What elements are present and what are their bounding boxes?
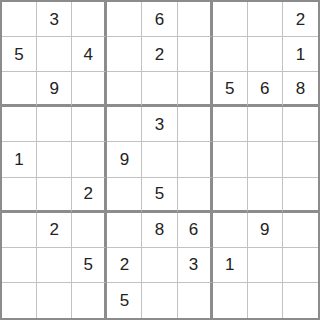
empty-cell-r9c7[interactable] — [213, 283, 248, 318]
empty-cell-r4c9[interactable] — [283, 107, 318, 142]
empty-cell-r7c9[interactable] — [283, 213, 318, 248]
empty-cell-r9c6[interactable] — [178, 283, 213, 318]
empty-cell-r2c8[interactable] — [248, 37, 283, 72]
given-cell-r8c6: 3 — [178, 248, 213, 283]
empty-cell-r7c1[interactable] — [2, 213, 37, 248]
empty-cell-r3c5[interactable] — [142, 72, 177, 107]
empty-cell-r9c8[interactable] — [248, 283, 283, 318]
empty-cell-r7c3[interactable] — [72, 213, 107, 248]
empty-cell-r5c3[interactable] — [72, 142, 107, 177]
given-cell-r3c8: 6 — [248, 72, 283, 107]
given-cell-r2c1: 5 — [2, 37, 37, 72]
given-cell-r8c4: 2 — [107, 248, 142, 283]
empty-cell-r8c1[interactable] — [2, 248, 37, 283]
given-cell-r5c4: 9 — [107, 142, 142, 177]
empty-cell-r6c2[interactable] — [37, 178, 72, 213]
empty-cell-r9c2[interactable] — [37, 283, 72, 318]
given-cell-r5c1: 1 — [2, 142, 37, 177]
empty-cell-r4c4[interactable] — [107, 107, 142, 142]
empty-cell-r3c3[interactable] — [72, 72, 107, 107]
empty-cell-r1c6[interactable] — [178, 2, 213, 37]
empty-cell-r1c1[interactable] — [2, 2, 37, 37]
empty-cell-r2c4[interactable] — [107, 37, 142, 72]
empty-cell-r5c9[interactable] — [283, 142, 318, 177]
empty-cell-r4c8[interactable] — [248, 107, 283, 142]
empty-cell-r5c2[interactable] — [37, 142, 72, 177]
given-cell-r3c9: 8 — [283, 72, 318, 107]
empty-cell-r6c1[interactable] — [2, 178, 37, 213]
given-cell-r4c5: 3 — [142, 107, 177, 142]
given-cell-r3c2: 9 — [37, 72, 72, 107]
empty-cell-r4c3[interactable] — [72, 107, 107, 142]
empty-cell-r5c6[interactable] — [178, 142, 213, 177]
empty-cell-r4c2[interactable] — [37, 107, 72, 142]
empty-cell-r6c6[interactable] — [178, 178, 213, 213]
given-cell-r9c4: 5 — [107, 283, 142, 318]
given-cell-r7c8: 9 — [248, 213, 283, 248]
empty-cell-r6c4[interactable] — [107, 178, 142, 213]
empty-cell-r6c7[interactable] — [213, 178, 248, 213]
sudoku-board: 3625421956831925286952315 — [0, 0, 320, 320]
empty-cell-r3c4[interactable] — [107, 72, 142, 107]
given-cell-r3c7: 5 — [213, 72, 248, 107]
empty-cell-r2c2[interactable] — [37, 37, 72, 72]
empty-cell-r1c4[interactable] — [107, 2, 142, 37]
empty-cell-r2c6[interactable] — [178, 37, 213, 72]
empty-cell-r1c8[interactable] — [248, 2, 283, 37]
empty-cell-r9c3[interactable] — [72, 283, 107, 318]
given-cell-r1c5: 6 — [142, 2, 177, 37]
empty-cell-r8c2[interactable] — [37, 248, 72, 283]
empty-cell-r1c3[interactable] — [72, 2, 107, 37]
given-cell-r2c5: 2 — [142, 37, 177, 72]
empty-cell-r9c9[interactable] — [283, 283, 318, 318]
given-cell-r7c2: 2 — [37, 213, 72, 248]
empty-cell-r5c7[interactable] — [213, 142, 248, 177]
given-cell-r8c3: 5 — [72, 248, 107, 283]
empty-cell-r6c8[interactable] — [248, 178, 283, 213]
given-cell-r2c3: 4 — [72, 37, 107, 72]
empty-cell-r1c7[interactable] — [213, 2, 248, 37]
empty-cell-r8c5[interactable] — [142, 248, 177, 283]
empty-cell-r7c4[interactable] — [107, 213, 142, 248]
empty-cell-r3c1[interactable] — [2, 72, 37, 107]
empty-cell-r4c1[interactable] — [2, 107, 37, 142]
empty-cell-r3c6[interactable] — [178, 72, 213, 107]
given-cell-r6c5: 5 — [142, 178, 177, 213]
empty-cell-r8c9[interactable] — [283, 248, 318, 283]
given-cell-r8c7: 1 — [213, 248, 248, 283]
empty-cell-r9c5[interactable] — [142, 283, 177, 318]
given-cell-r1c2: 3 — [37, 2, 72, 37]
given-cell-r6c3: 2 — [72, 178, 107, 213]
given-cell-r7c6: 6 — [178, 213, 213, 248]
empty-cell-r4c7[interactable] — [213, 107, 248, 142]
empty-cell-r6c9[interactable] — [283, 178, 318, 213]
empty-cell-r2c7[interactable] — [213, 37, 248, 72]
sudoku-page: 3625421956831925286952315 — [0, 0, 320, 320]
empty-cell-r4c6[interactable] — [178, 107, 213, 142]
empty-cell-r8c8[interactable] — [248, 248, 283, 283]
given-cell-r1c9: 2 — [283, 2, 318, 37]
empty-cell-r9c1[interactable] — [2, 283, 37, 318]
empty-cell-r7c7[interactable] — [213, 213, 248, 248]
empty-cell-r5c8[interactable] — [248, 142, 283, 177]
given-cell-r2c9: 1 — [283, 37, 318, 72]
given-cell-r7c5: 8 — [142, 213, 177, 248]
empty-cell-r5c5[interactable] — [142, 142, 177, 177]
